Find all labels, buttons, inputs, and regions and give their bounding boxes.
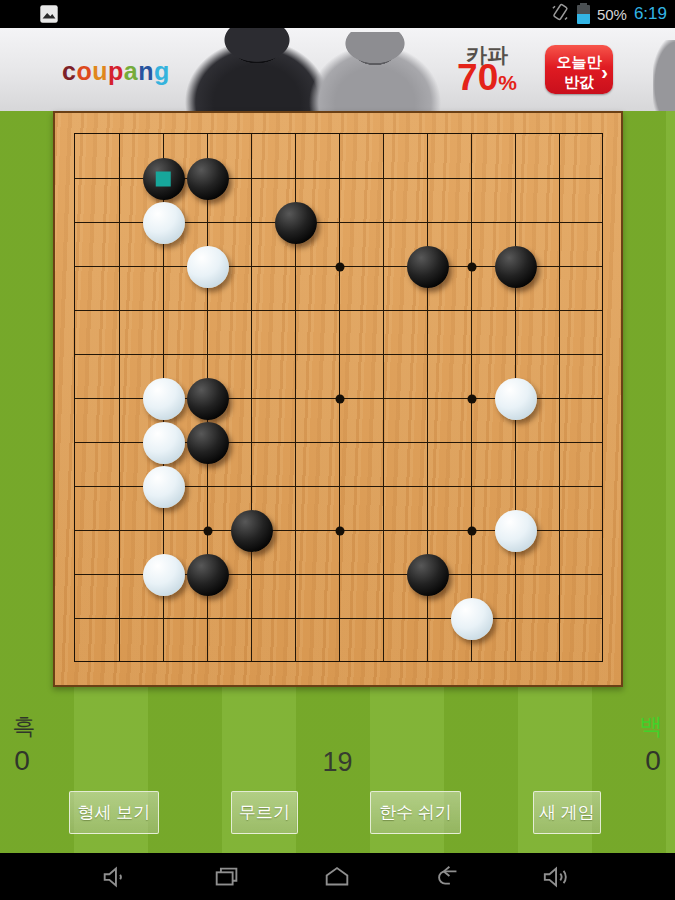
star-point (203, 526, 212, 535)
back-icon[interactable] (433, 862, 463, 892)
battery-icon (577, 5, 590, 24)
black-stone (275, 202, 317, 244)
gallery-notification-icon (38, 3, 60, 25)
logo-letter: c (62, 57, 76, 85)
discount-value: 70 (457, 57, 498, 98)
pass-button[interactable]: 한수 쉬기 (370, 791, 461, 834)
black-stone (495, 246, 537, 288)
status-bar: 50% 6:19 (0, 0, 675, 28)
chevron-right-icon: › (601, 59, 608, 85)
undo-button[interactable]: 무르기 (231, 791, 298, 834)
ad-cta-button[interactable]: 오늘만 반값 › (545, 45, 613, 94)
ad-discount: 70% (448, 61, 526, 95)
black-stone (187, 554, 229, 596)
battery-percent: 50% (597, 6, 627, 23)
logo-letter: o (76, 57, 92, 85)
white-stone (143, 422, 185, 464)
new-game-button[interactable]: 새 게임 (533, 791, 601, 834)
board-grid[interactable] (74, 133, 603, 662)
ad-banner[interactable]: coupang 카파 70% 오늘만 반값 › (0, 28, 675, 111)
star-point (335, 394, 344, 403)
clock: 6:19 (634, 4, 667, 24)
logo-letter: a (124, 57, 138, 85)
white-stone (143, 202, 185, 244)
white-stone (143, 378, 185, 420)
star-point (467, 262, 476, 271)
white-stone (495, 378, 537, 420)
last-move-marker (155, 171, 170, 186)
grid-line (75, 618, 602, 619)
white-player-label: 백 (629, 711, 673, 742)
black-stone (231, 510, 273, 552)
black-stone (187, 378, 229, 420)
grid-line (383, 134, 384, 661)
recents-icon[interactable] (212, 862, 242, 892)
grid-line (559, 134, 560, 661)
black-stone (187, 422, 229, 464)
white-stone (495, 510, 537, 552)
edge-jacket-image (653, 40, 675, 111)
white-stone (143, 466, 185, 508)
home-icon[interactable] (322, 862, 352, 892)
volume-down-icon[interactable] (100, 862, 130, 892)
star-point (467, 394, 476, 403)
percent-sign: % (498, 71, 517, 94)
star-point (335, 262, 344, 271)
light-jacket-image (300, 32, 450, 111)
star-point (335, 526, 344, 535)
white-stone (187, 246, 229, 288)
android-nav-bar (0, 853, 675, 900)
coupang-logo: coupang (62, 57, 170, 86)
star-point (467, 526, 476, 535)
black-stone (143, 158, 185, 200)
black-stone (187, 158, 229, 200)
go-board[interactable] (53, 111, 623, 687)
vibrate-icon (550, 2, 570, 26)
logo-letter: g (154, 57, 170, 85)
estimate-position-button[interactable]: 형세 보기 (69, 791, 159, 834)
black-player-label: 흑 (2, 711, 46, 742)
white-stone (451, 598, 493, 640)
logo-letter: u (92, 57, 108, 85)
move-number: 19 (0, 747, 675, 778)
white-stone (143, 554, 185, 596)
volume-up-icon[interactable] (542, 862, 572, 892)
logo-letter: n (138, 57, 154, 85)
black-stone (407, 246, 449, 288)
black-stone (407, 554, 449, 596)
logo-letter: p (108, 57, 124, 85)
